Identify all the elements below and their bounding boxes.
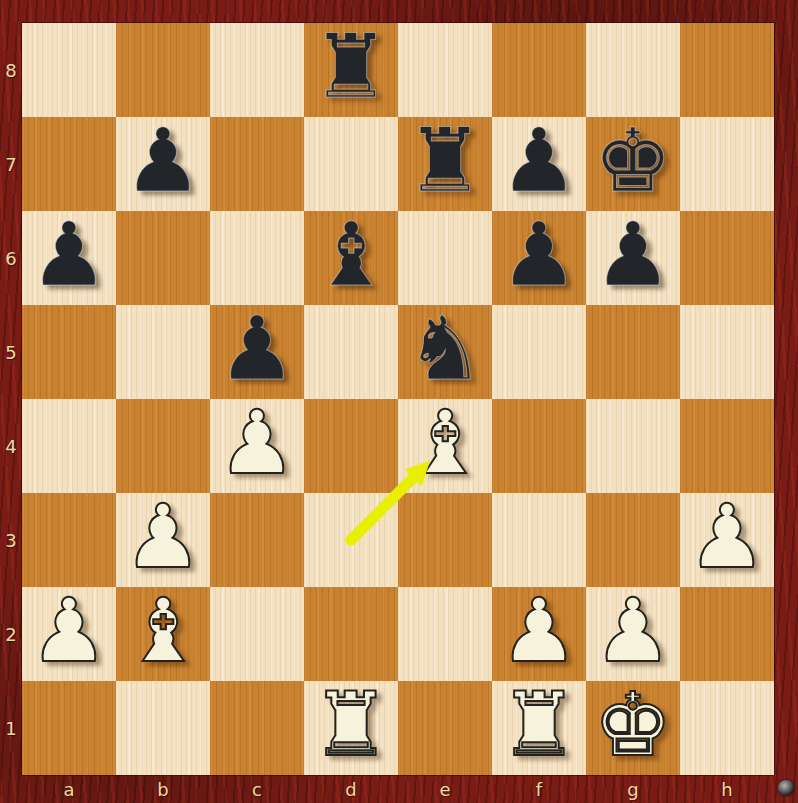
white-rook[interactable]: ♜ (492, 678, 586, 772)
square-h5[interactable] (680, 305, 774, 399)
square-b8[interactable] (116, 23, 210, 117)
white-bishop[interactable]: ♝ (398, 396, 492, 490)
white-king[interactable]: ♚ (586, 678, 680, 772)
white-pawn[interactable]: ♟ (586, 584, 680, 678)
square-e5[interactable]: ♞ (398, 305, 492, 399)
white-pawn[interactable]: ♟ (492, 584, 586, 678)
square-d3[interactable] (304, 493, 398, 587)
square-g1[interactable]: ♚ (586, 681, 680, 775)
square-c7[interactable] (210, 117, 304, 211)
black-pawn[interactable]: ♟ (116, 114, 210, 208)
square-b2[interactable]: ♝ (116, 587, 210, 681)
board-frame: ♜♟♜♟♚♟♝♟♟♟♞♟♝♟♟♟♝♟♟♜♜♚ 87654321 abcdefgh (0, 0, 798, 803)
white-bishop[interactable]: ♝ (116, 584, 210, 678)
square-g7[interactable]: ♚ (586, 117, 680, 211)
square-d7[interactable] (304, 117, 398, 211)
white-pawn[interactable]: ♟ (116, 490, 210, 584)
rank-label-4: 4 (0, 399, 22, 493)
square-e7[interactable]: ♜ (398, 117, 492, 211)
square-g2[interactable]: ♟ (586, 587, 680, 681)
square-e4[interactable]: ♝ (398, 399, 492, 493)
white-pawn[interactable]: ♟ (680, 490, 774, 584)
white-pawn[interactable]: ♟ (210, 396, 304, 490)
square-a2[interactable]: ♟ (22, 587, 116, 681)
square-d4[interactable] (304, 399, 398, 493)
black-pawn[interactable]: ♟ (492, 208, 586, 302)
square-b6[interactable] (116, 211, 210, 305)
rank-label-8: 8 (0, 23, 22, 117)
square-a3[interactable] (22, 493, 116, 587)
square-c5[interactable]: ♟ (210, 305, 304, 399)
square-c6[interactable] (210, 211, 304, 305)
black-pawn[interactable]: ♟ (210, 302, 304, 396)
square-h7[interactable] (680, 117, 774, 211)
black-pawn[interactable]: ♟ (22, 208, 116, 302)
file-label-g: g (586, 775, 680, 803)
square-e1[interactable] (398, 681, 492, 775)
rank-label-6: 6 (0, 211, 22, 305)
square-b5[interactable] (116, 305, 210, 399)
file-label-f: f (492, 775, 586, 803)
black-bishop[interactable]: ♝ (304, 208, 398, 302)
square-f6[interactable]: ♟ (492, 211, 586, 305)
square-g3[interactable] (586, 493, 680, 587)
square-b3[interactable]: ♟ (116, 493, 210, 587)
black-knight[interactable]: ♞ (398, 302, 492, 396)
square-c4[interactable]: ♟ (210, 399, 304, 493)
file-label-a: a (22, 775, 116, 803)
white-pawn[interactable]: ♟ (22, 584, 116, 678)
square-g6[interactable]: ♟ (586, 211, 680, 305)
black-rook[interactable]: ♜ (398, 114, 492, 208)
square-d2[interactable] (304, 587, 398, 681)
square-b4[interactable] (116, 399, 210, 493)
square-d8[interactable]: ♜ (304, 23, 398, 117)
square-c2[interactable] (210, 587, 304, 681)
rank-label-7: 7 (0, 117, 22, 211)
square-h2[interactable] (680, 587, 774, 681)
square-a5[interactable] (22, 305, 116, 399)
square-f1[interactable]: ♜ (492, 681, 586, 775)
square-h6[interactable] (680, 211, 774, 305)
square-a1[interactable] (22, 681, 116, 775)
black-pawn[interactable]: ♟ (492, 114, 586, 208)
square-a7[interactable] (22, 117, 116, 211)
white-rook[interactable]: ♜ (304, 678, 398, 772)
square-e2[interactable] (398, 587, 492, 681)
square-d5[interactable] (304, 305, 398, 399)
black-pawn[interactable]: ♟ (586, 208, 680, 302)
square-d6[interactable]: ♝ (304, 211, 398, 305)
file-label-b: b (116, 775, 210, 803)
rank-label-5: 5 (0, 305, 22, 399)
square-f3[interactable] (492, 493, 586, 587)
file-label-h: h (680, 775, 774, 803)
square-g5[interactable] (586, 305, 680, 399)
square-h1[interactable] (680, 681, 774, 775)
square-c1[interactable] (210, 681, 304, 775)
square-e3[interactable] (398, 493, 492, 587)
square-c3[interactable] (210, 493, 304, 587)
square-h3[interactable]: ♟ (680, 493, 774, 587)
file-label-e: e (398, 775, 492, 803)
square-e8[interactable] (398, 23, 492, 117)
file-label-d: d (304, 775, 398, 803)
rank-label-1: 1 (0, 681, 22, 775)
black-to-move-indicator (778, 780, 794, 796)
square-b1[interactable] (116, 681, 210, 775)
square-f4[interactable] (492, 399, 586, 493)
square-g4[interactable] (586, 399, 680, 493)
square-f2[interactable]: ♟ (492, 587, 586, 681)
square-g8[interactable] (586, 23, 680, 117)
square-h8[interactable] (680, 23, 774, 117)
rank-label-2: 2 (0, 587, 22, 681)
chess-board: ♜♟♜♟♚♟♝♟♟♟♞♟♝♟♟♟♝♟♟♜♜♚ (22, 23, 774, 775)
square-b7[interactable]: ♟ (116, 117, 210, 211)
square-a8[interactable] (22, 23, 116, 117)
square-f7[interactable]: ♟ (492, 117, 586, 211)
square-f8[interactable] (492, 23, 586, 117)
black-rook[interactable]: ♜ (304, 20, 398, 114)
square-e6[interactable] (398, 211, 492, 305)
file-label-c: c (210, 775, 304, 803)
rank-label-3: 3 (0, 493, 22, 587)
square-a4[interactable] (22, 399, 116, 493)
square-f5[interactable] (492, 305, 586, 399)
square-h4[interactable] (680, 399, 774, 493)
black-king[interactable]: ♚ (586, 114, 680, 208)
square-a6[interactable]: ♟ (22, 211, 116, 305)
square-d1[interactable]: ♜ (304, 681, 398, 775)
square-c8[interactable] (210, 23, 304, 117)
